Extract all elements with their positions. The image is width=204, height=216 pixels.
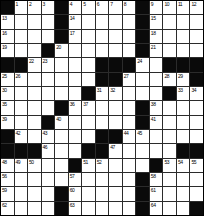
clue-number: 54 — [178, 159, 183, 165]
grid-cell[interactable] — [177, 101, 190, 114]
grid-cell[interactable]: 31 — [96, 87, 109, 100]
grid-cell[interactable] — [82, 187, 95, 200]
crossword-grid: 1234567891011121314151617181920212223242… — [0, 0, 204, 216]
grid-cell[interactable]: 1 — [15, 1, 28, 14]
grid-cell[interactable]: 7 — [109, 1, 122, 14]
grid-cell[interactable] — [190, 44, 203, 57]
grid-cell[interactable] — [150, 130, 163, 143]
grid-cell[interactable] — [136, 87, 149, 100]
grid-cell[interactable] — [15, 30, 28, 43]
clue-number: 23 — [43, 58, 48, 64]
grid-cell[interactable]: 61 — [150, 187, 163, 200]
grid-cell[interactable]: 22 — [28, 58, 41, 71]
grid-cell[interactable]: 9 — [150, 1, 163, 14]
grid-cell[interactable] — [96, 202, 109, 215]
grid-cell[interactable] — [163, 130, 176, 143]
block-cell — [55, 15, 68, 28]
grid-cell[interactable] — [96, 15, 109, 28]
clue-number: 15 — [151, 15, 156, 21]
grid-cell[interactable] — [123, 44, 136, 57]
block-cell — [190, 144, 203, 157]
block-cell — [109, 130, 122, 143]
grid-cell[interactable]: 48 — [1, 159, 14, 172]
clue-number: 46 — [43, 144, 48, 150]
block-cell — [55, 202, 68, 215]
grid-cell[interactable]: 20 — [55, 44, 68, 57]
clue-number: 37 — [83, 101, 88, 107]
grid-cell[interactable] — [69, 116, 82, 129]
grid-cell[interactable] — [55, 58, 68, 71]
block-cell — [42, 116, 55, 129]
grid-cell[interactable] — [163, 173, 176, 186]
grid-cell[interactable] — [42, 101, 55, 114]
grid-cell[interactable]: 62 — [1, 202, 14, 215]
grid-cell[interactable] — [123, 87, 136, 100]
clue-number: 40 — [56, 116, 61, 122]
grid-cell[interactable] — [69, 87, 82, 100]
grid-cell[interactable] — [28, 101, 41, 114]
clue-number: 56 — [2, 173, 7, 179]
grid-cell[interactable]: 10 — [163, 1, 176, 14]
grid-cell[interactable] — [15, 187, 28, 200]
grid-cell[interactable] — [177, 30, 190, 43]
grid-cell[interactable]: 17 — [69, 30, 82, 43]
clue-number: 24 — [137, 58, 142, 64]
block-cell — [177, 144, 190, 157]
block-cell — [136, 1, 149, 14]
block-cell — [163, 87, 176, 100]
grid-cell[interactable] — [150, 73, 163, 86]
grid-cell[interactable] — [123, 173, 136, 186]
grid-cell[interactable] — [28, 173, 41, 186]
block-cell — [69, 159, 82, 172]
block-cell — [55, 187, 68, 200]
clue-number: 34 — [191, 87, 196, 93]
block-cell — [177, 58, 190, 71]
grid-cell[interactable]: 54 — [177, 159, 190, 172]
clue-number: 12 — [191, 1, 196, 7]
grid-cell[interactable] — [69, 73, 82, 86]
grid-cell[interactable] — [190, 30, 203, 43]
grid-cell[interactable]: 21 — [150, 44, 163, 57]
grid-cell[interactable]: 30 — [1, 87, 14, 100]
grid-cell[interactable]: 4 — [69, 1, 82, 14]
clue-number: 32 — [110, 87, 115, 93]
clue-number: 47 — [110, 144, 115, 150]
clue-number: 17 — [70, 30, 75, 36]
clue-number: 25 — [2, 73, 7, 79]
grid-cell[interactable] — [163, 202, 176, 215]
block-cell — [150, 159, 163, 172]
grid-cell[interactable] — [42, 202, 55, 215]
grid-cell[interactable] — [55, 73, 68, 86]
block-cell — [123, 58, 136, 71]
block-cell — [55, 1, 68, 14]
grid-cell[interactable] — [96, 116, 109, 129]
grid-cell[interactable] — [177, 15, 190, 28]
grid-cell[interactable]: 40 — [55, 116, 68, 129]
grid-cell[interactable]: 41 — [150, 116, 163, 129]
grid-cell[interactable] — [109, 202, 122, 215]
block-cell — [42, 44, 55, 57]
clue-number: 11 — [178, 1, 182, 7]
clue-number: 2 — [29, 1, 31, 7]
clue-number: 44 — [124, 130, 129, 136]
grid-cell[interactable] — [109, 101, 122, 114]
block-cell — [1, 58, 14, 71]
block-cell — [96, 58, 109, 71]
block-cell — [190, 73, 203, 86]
grid-cell[interactable]: 24 — [136, 58, 149, 71]
grid-cell[interactable]: 44 — [123, 130, 136, 143]
grid-cell[interactable] — [82, 73, 95, 86]
grid-cell[interactable] — [69, 44, 82, 57]
grid-cell[interactable]: 64 — [150, 202, 163, 215]
grid-cell[interactable] — [42, 159, 55, 172]
clue-number: 29 — [178, 73, 183, 79]
grid-cell[interactable] — [15, 116, 28, 129]
clue-number: 58 — [151, 173, 156, 179]
block-cell — [190, 58, 203, 71]
grid-cell[interactable] — [123, 30, 136, 43]
clue-number: 26 — [16, 73, 21, 79]
clue-number: 60 — [70, 187, 75, 193]
grid-cell[interactable] — [163, 101, 176, 114]
grid-cell[interactable]: 42 — [15, 130, 28, 143]
block-cell — [136, 173, 149, 186]
clue-number: 55 — [191, 159, 196, 165]
grid-cell[interactable] — [82, 44, 95, 57]
grid-cell[interactable]: 11 — [177, 1, 190, 14]
clue-number: 19 — [2, 44, 7, 50]
clue-number: 61 — [151, 187, 156, 193]
grid-cell[interactable] — [15, 87, 28, 100]
grid-cell[interactable] — [177, 202, 190, 215]
clue-number: 1 — [16, 1, 18, 7]
block-cell — [15, 58, 28, 71]
block-cell — [136, 116, 149, 129]
clue-number: 49 — [16, 159, 21, 165]
grid-cell[interactable]: 28 — [163, 73, 176, 86]
grid-cell[interactable] — [163, 44, 176, 57]
grid-cell[interactable] — [177, 173, 190, 186]
grid-cell[interactable] — [190, 130, 203, 143]
grid-cell[interactable] — [96, 173, 109, 186]
clue-number: 38 — [151, 101, 156, 107]
grid-cell[interactable] — [69, 130, 82, 143]
grid-cell[interactable] — [42, 30, 55, 43]
clue-number: 5 — [83, 1, 85, 7]
grid-cell[interactable]: 45 — [136, 130, 149, 143]
grid-cell[interactable] — [15, 173, 28, 186]
grid-cell[interactable]: 13 — [1, 15, 14, 28]
block-cell — [136, 101, 149, 114]
block-cell — [55, 101, 68, 114]
grid-cell[interactable] — [55, 159, 68, 172]
grid-cell[interactable]: 55 — [190, 159, 203, 172]
grid-cell[interactable] — [82, 58, 95, 71]
grid-cell[interactable] — [190, 187, 203, 200]
grid-cell[interactable] — [55, 173, 68, 186]
block-cell — [190, 202, 203, 215]
grid-cell[interactable]: 15 — [150, 15, 163, 28]
block-cell — [109, 58, 122, 71]
block-cell — [96, 130, 109, 143]
clue-number: 20 — [56, 44, 61, 50]
grid-cell[interactable] — [28, 73, 41, 86]
grid-cell[interactable] — [109, 116, 122, 129]
grid-cell[interactable] — [15, 101, 28, 114]
grid-cell[interactable]: 2 — [28, 1, 41, 14]
block-cell — [136, 187, 149, 200]
grid-cell[interactable] — [15, 44, 28, 57]
grid-cell[interactable] — [42, 73, 55, 86]
grid-cell[interactable] — [109, 173, 122, 186]
grid-cell[interactable] — [55, 130, 68, 143]
clue-number: 39 — [2, 116, 7, 122]
grid-cell[interactable] — [28, 130, 41, 143]
grid-cell[interactable] — [15, 202, 28, 215]
grid-cell[interactable] — [15, 15, 28, 28]
clue-number: 14 — [70, 15, 75, 21]
grid-cell[interactable]: 19 — [1, 44, 14, 57]
grid-cell[interactable] — [123, 101, 136, 114]
grid-cell[interactable] — [28, 87, 41, 100]
grid-cell[interactable]: 3 — [42, 1, 55, 14]
grid-cell[interactable] — [69, 58, 82, 71]
grid-cell[interactable]: 57 — [69, 173, 82, 186]
grid-cell[interactable]: 8 — [123, 1, 136, 14]
grid-cell[interactable]: 60 — [69, 187, 82, 200]
grid-cell[interactable] — [190, 15, 203, 28]
grid-cell[interactable]: 63 — [69, 202, 82, 215]
grid-cell[interactable] — [42, 87, 55, 100]
grid-cell[interactable]: 6 — [96, 1, 109, 14]
grid-cell[interactable]: 16 — [1, 30, 14, 43]
crossword-puzzle: 1234567891011121314151617181920212223242… — [0, 0, 204, 216]
clue-number: 41 — [151, 116, 156, 122]
block-cell — [15, 144, 28, 157]
grid-cell[interactable]: 12 — [190, 1, 203, 14]
grid-cell[interactable]: 32 — [109, 87, 122, 100]
grid-cell[interactable] — [82, 173, 95, 186]
block-cell — [55, 30, 68, 43]
grid-cell[interactable] — [96, 30, 109, 43]
grid-cell[interactable]: 56 — [1, 173, 14, 186]
clue-number: 36 — [70, 101, 75, 107]
grid-cell[interactable] — [163, 187, 176, 200]
block-cell — [82, 87, 95, 100]
grid-cell[interactable] — [96, 101, 109, 114]
grid-cell[interactable] — [136, 159, 149, 172]
grid-cell[interactable] — [123, 144, 136, 157]
grid-cell[interactable]: 50 — [28, 159, 41, 172]
clue-number: 62 — [2, 202, 7, 208]
block-cell — [1, 1, 14, 14]
clue-number: 57 — [70, 173, 75, 179]
grid-cell[interactable]: 37 — [82, 101, 95, 114]
grid-cell[interactable]: 18 — [150, 30, 163, 43]
grid-cell[interactable]: 29 — [177, 73, 190, 86]
grid-cell[interactable] — [150, 58, 163, 71]
clue-number: 8 — [124, 1, 126, 7]
grid-cell[interactable] — [123, 159, 136, 172]
grid-cell[interactable] — [177, 44, 190, 57]
grid-cell[interactable] — [177, 130, 190, 143]
grid-cell[interactable] — [69, 144, 82, 157]
grid-cell[interactable]: 38 — [150, 101, 163, 114]
grid-cell[interactable] — [55, 87, 68, 100]
grid-cell[interactable] — [96, 187, 109, 200]
grid-cell[interactable]: 51 — [82, 159, 95, 172]
clue-number: 6 — [97, 1, 99, 7]
clue-number: 27 — [124, 73, 129, 79]
block-cell — [163, 58, 176, 71]
grid-cell[interactable] — [136, 73, 149, 86]
grid-cell[interactable]: 33 — [177, 87, 190, 100]
grid-cell[interactable] — [136, 144, 149, 157]
grid-cell[interactable] — [163, 116, 176, 129]
clue-number: 50 — [29, 159, 34, 165]
clue-number: 21 — [151, 44, 156, 50]
clue-number: 30 — [2, 87, 7, 93]
clue-number: 63 — [70, 202, 75, 208]
block-cell — [96, 73, 109, 86]
grid-cell[interactable] — [82, 15, 95, 28]
grid-cell[interactable] — [109, 159, 122, 172]
grid-cell[interactable]: 27 — [123, 73, 136, 86]
grid-cell[interactable] — [28, 44, 41, 57]
grid-cell[interactable] — [42, 173, 55, 186]
grid-cell[interactable] — [28, 30, 41, 43]
grid-cell[interactable] — [109, 187, 122, 200]
grid-cell[interactable] — [123, 202, 136, 215]
grid-cell[interactable] — [109, 15, 122, 28]
block-cell — [136, 15, 149, 28]
grid-cell[interactable]: 5 — [82, 1, 95, 14]
clue-number: 22 — [29, 58, 34, 64]
clue-number: 59 — [2, 187, 7, 193]
block-cell — [1, 130, 14, 143]
grid-cell[interactable]: 47 — [109, 144, 122, 157]
grid-cell[interactable] — [42, 15, 55, 28]
grid-cell[interactable]: 52 — [96, 159, 109, 172]
grid-cell[interactable]: 46 — [42, 144, 55, 157]
grid-cell[interactable]: 49 — [15, 159, 28, 172]
grid-cell[interactable]: 26 — [15, 73, 28, 86]
grid-cell[interactable]: 14 — [69, 15, 82, 28]
block-cell — [82, 144, 95, 157]
grid-cell[interactable] — [42, 187, 55, 200]
block-cell — [136, 30, 149, 43]
grid-cell[interactable] — [123, 15, 136, 28]
clue-number: 45 — [137, 130, 142, 136]
clue-number: 53 — [164, 159, 169, 165]
grid-cell[interactable] — [55, 144, 68, 157]
grid-cell[interactable]: 58 — [150, 173, 163, 186]
grid-cell[interactable] — [190, 116, 203, 129]
grid-cell[interactable]: 53 — [163, 159, 176, 172]
clue-number: 13 — [2, 15, 7, 21]
grid-cell[interactable] — [190, 173, 203, 186]
grid-cell[interactable] — [28, 202, 41, 215]
grid-cell[interactable] — [109, 44, 122, 57]
clue-number: 16 — [2, 30, 7, 36]
grid-cell[interactable] — [82, 202, 95, 215]
clue-number: 18 — [151, 30, 156, 36]
grid-cell[interactable] — [82, 116, 95, 129]
grid-cell[interactable]: 39 — [1, 116, 14, 129]
grid-cell[interactable] — [150, 144, 163, 157]
grid-cell[interactable] — [163, 30, 176, 43]
grid-cell[interactable] — [150, 87, 163, 100]
clue-number: 48 — [2, 159, 7, 165]
grid-cell[interactable] — [163, 15, 176, 28]
block-cell — [136, 44, 149, 57]
clue-number: 7 — [110, 1, 112, 7]
block-cell — [96, 144, 109, 157]
grid-cell[interactable] — [177, 116, 190, 129]
grid-cell[interactable]: 34 — [190, 87, 203, 100]
clue-number: 9 — [151, 1, 153, 7]
grid-cell[interactable] — [123, 116, 136, 129]
grid-cell[interactable]: 25 — [1, 73, 14, 86]
clue-number: 28 — [164, 73, 169, 79]
clue-number: 4 — [70, 1, 72, 7]
grid-cell[interactable] — [82, 130, 95, 143]
block-cell — [28, 144, 41, 157]
block-cell — [109, 73, 122, 86]
grid-cell[interactable] — [28, 187, 41, 200]
clue-number: 10 — [164, 1, 169, 7]
grid-cell[interactable]: 23 — [42, 58, 55, 71]
grid-cell[interactable]: 36 — [69, 101, 82, 114]
grid-cell[interactable] — [190, 101, 203, 114]
clue-number: 33 — [178, 87, 183, 93]
grid-cell[interactable] — [96, 44, 109, 57]
grid-cell[interactable]: 43 — [42, 130, 55, 143]
grid-cell[interactable] — [177, 187, 190, 200]
clue-number: 64 — [151, 202, 156, 208]
grid-cell[interactable] — [28, 15, 41, 28]
clue-number: 51 — [83, 159, 88, 165]
clue-number: 31 — [97, 87, 102, 93]
clue-number: 3 — [43, 1, 45, 7]
clue-number: 52 — [97, 159, 102, 165]
clue-number: 43 — [43, 130, 48, 136]
grid-cell[interactable]: 59 — [1, 187, 14, 200]
grid-cell[interactable]: 35 — [1, 101, 14, 114]
block-cell — [136, 202, 149, 215]
grid-cell[interactable] — [82, 30, 95, 43]
grid-cell[interactable] — [109, 30, 122, 43]
grid-cell[interactable] — [123, 187, 136, 200]
grid-cell[interactable] — [163, 144, 176, 157]
clue-number: 35 — [2, 101, 7, 107]
grid-cell[interactable] — [28, 116, 41, 129]
clue-number: 42 — [16, 130, 21, 136]
block-cell — [1, 144, 14, 157]
